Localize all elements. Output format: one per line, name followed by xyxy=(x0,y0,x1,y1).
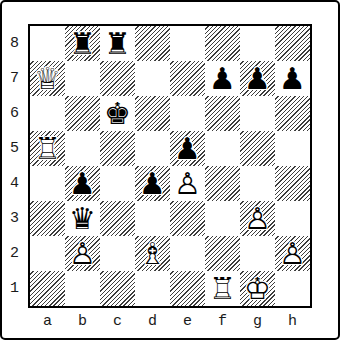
square-g6[interactable] xyxy=(240,96,275,131)
file-label-h: h xyxy=(275,309,310,335)
square-f8[interactable] xyxy=(205,26,240,61)
file-label-a: a xyxy=(30,309,65,335)
square-h8[interactable] xyxy=(275,26,310,61)
square-b3[interactable]: ♛♛ xyxy=(65,201,100,236)
file-label-b: b xyxy=(65,309,100,335)
square-a5[interactable]: ♜♖ xyxy=(30,131,65,166)
file-label-d: d xyxy=(135,309,170,335)
piece-black-queen: ♛♛ xyxy=(65,201,100,236)
square-d6[interactable] xyxy=(135,96,170,131)
rank-label-6: 6 xyxy=(5,96,24,131)
square-c1[interactable] xyxy=(100,271,135,306)
piece-black-pawn: ♟♟ xyxy=(240,61,275,96)
square-a4[interactable] xyxy=(30,166,65,201)
square-g5[interactable] xyxy=(240,131,275,166)
square-f4[interactable] xyxy=(205,166,240,201)
piece-black-pawn: ♟♟ xyxy=(205,61,240,96)
rank-label-8: 8 xyxy=(5,26,24,61)
square-d2[interactable]: ♝♗ xyxy=(135,236,170,271)
square-b1[interactable] xyxy=(65,271,100,306)
file-label-c: c xyxy=(100,309,135,335)
square-f6[interactable] xyxy=(205,96,240,131)
rank-label-7: 7 xyxy=(5,61,24,96)
chess-diagram: 87654321 ♜♜♜♜♛♕♟♟♟♟♟♟♚♚♜♖♟♟♟♟♟♟♟♙♛♛♟♙♟♙♝… xyxy=(0,0,340,340)
square-a7[interactable]: ♛♕ xyxy=(30,61,65,96)
piece-white-queen: ♛♕ xyxy=(30,61,65,96)
square-h1[interactable] xyxy=(275,271,310,306)
chess-board: ♜♜♜♜♛♕♟♟♟♟♟♟♚♚♜♖♟♟♟♟♟♟♟♙♛♛♟♙♟♙♝♗♟♙♜♖♚♔ xyxy=(28,24,312,308)
square-d1[interactable] xyxy=(135,271,170,306)
piece-black-rook: ♜♜ xyxy=(100,26,135,61)
square-e5[interactable]: ♟♟ xyxy=(170,131,205,166)
square-f3[interactable] xyxy=(205,201,240,236)
square-f7[interactable]: ♟♟ xyxy=(205,61,240,96)
square-b6[interactable] xyxy=(65,96,100,131)
square-c3[interactable] xyxy=(100,201,135,236)
square-e6[interactable] xyxy=(170,96,205,131)
square-d7[interactable] xyxy=(135,61,170,96)
square-c8[interactable]: ♜♜ xyxy=(100,26,135,61)
square-h3[interactable] xyxy=(275,201,310,236)
piece-black-king: ♚♚ xyxy=(100,96,135,131)
square-d3[interactable] xyxy=(135,201,170,236)
square-c4[interactable] xyxy=(100,166,135,201)
square-b2[interactable]: ♟♙ xyxy=(65,236,100,271)
square-e7[interactable] xyxy=(170,61,205,96)
piece-white-pawn: ♟♙ xyxy=(275,236,310,271)
piece-white-pawn: ♟♙ xyxy=(240,201,275,236)
square-d4[interactable]: ♟♟ xyxy=(135,166,170,201)
file-label-f: f xyxy=(205,309,240,335)
square-b5[interactable] xyxy=(65,131,100,166)
square-c7[interactable] xyxy=(100,61,135,96)
square-e3[interactable] xyxy=(170,201,205,236)
rank-label-2: 2 xyxy=(5,236,24,271)
square-e8[interactable] xyxy=(170,26,205,61)
square-c2[interactable] xyxy=(100,236,135,271)
piece-black-pawn: ♟♟ xyxy=(170,131,205,166)
square-e2[interactable] xyxy=(170,236,205,271)
square-a1[interactable] xyxy=(30,271,65,306)
square-c6[interactable]: ♚♚ xyxy=(100,96,135,131)
piece-white-king: ♚♔ xyxy=(240,271,275,306)
square-h6[interactable] xyxy=(275,96,310,131)
square-c5[interactable] xyxy=(100,131,135,166)
file-label-g: g xyxy=(240,309,275,335)
square-h2[interactable]: ♟♙ xyxy=(275,236,310,271)
square-g7[interactable]: ♟♟ xyxy=(240,61,275,96)
square-f2[interactable] xyxy=(205,236,240,271)
square-g2[interactable] xyxy=(240,236,275,271)
square-a2[interactable] xyxy=(30,236,65,271)
square-b7[interactable] xyxy=(65,61,100,96)
square-f1[interactable]: ♜♖ xyxy=(205,271,240,306)
square-b8[interactable]: ♜♜ xyxy=(65,26,100,61)
square-a3[interactable] xyxy=(30,201,65,236)
square-d8[interactable] xyxy=(135,26,170,61)
piece-black-pawn: ♟♟ xyxy=(135,166,170,201)
rank-label-5: 5 xyxy=(5,131,24,166)
piece-white-rook: ♜♖ xyxy=(205,271,240,306)
square-g4[interactable] xyxy=(240,166,275,201)
square-e1[interactable] xyxy=(170,271,205,306)
piece-white-rook: ♜♖ xyxy=(30,131,65,166)
square-a8[interactable] xyxy=(30,26,65,61)
rank-label-3: 3 xyxy=(5,201,24,236)
file-label-e: e xyxy=(170,309,205,335)
square-f5[interactable] xyxy=(205,131,240,166)
square-b4[interactable]: ♟♟ xyxy=(65,166,100,201)
piece-white-pawn: ♟♙ xyxy=(170,166,205,201)
piece-white-pawn: ♟♙ xyxy=(65,236,100,271)
square-h5[interactable] xyxy=(275,131,310,166)
square-e4[interactable]: ♟♙ xyxy=(170,166,205,201)
piece-black-rook: ♜♜ xyxy=(65,26,100,61)
square-g8[interactable] xyxy=(240,26,275,61)
square-h7[interactable]: ♟♟ xyxy=(275,61,310,96)
piece-black-pawn: ♟♟ xyxy=(275,61,310,96)
square-d5[interactable] xyxy=(135,131,170,166)
square-h4[interactable] xyxy=(275,166,310,201)
piece-white-bishop: ♝♗ xyxy=(135,236,170,271)
square-g3[interactable]: ♟♙ xyxy=(240,201,275,236)
square-a6[interactable] xyxy=(30,96,65,131)
square-g1[interactable]: ♚♔ xyxy=(240,271,275,306)
rank-label-1: 1 xyxy=(5,271,24,306)
rank-label-4: 4 xyxy=(5,166,24,201)
piece-black-pawn: ♟♟ xyxy=(65,166,100,201)
